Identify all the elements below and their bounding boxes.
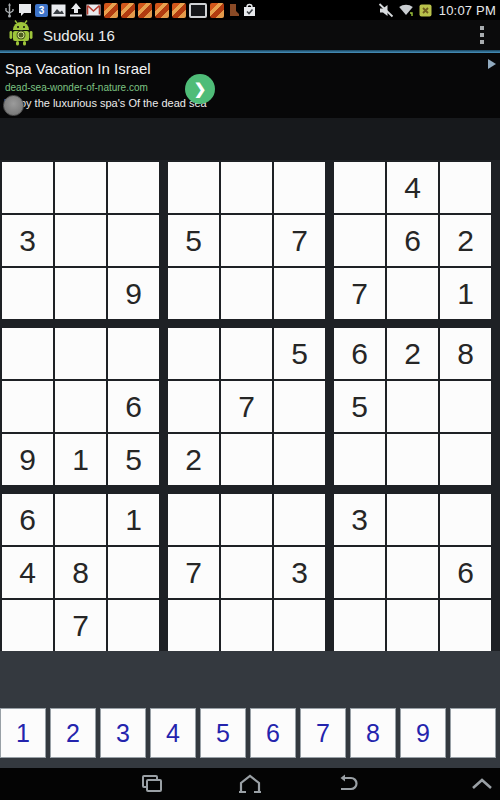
sudoku-cell-r8c3[interactable] bbox=[108, 547, 159, 598]
sudoku-cell-r4c9[interactable]: 8 bbox=[440, 328, 491, 379]
sudoku-cell-r4c8[interactable]: 2 bbox=[387, 328, 438, 379]
sudoku-cell-r8c5[interactable] bbox=[221, 547, 272, 598]
sudoku-cell-r4c6[interactable]: 5 bbox=[274, 328, 325, 379]
sudoku-cell-r4c2[interactable] bbox=[55, 328, 106, 379]
sudoku-cell-r3c6[interactable] bbox=[274, 268, 325, 319]
sudoku-cell-r4c3[interactable] bbox=[108, 328, 159, 379]
back-button[interactable] bbox=[334, 772, 360, 796]
sudoku-cell-r6c4[interactable]: 2 bbox=[168, 434, 219, 485]
game-notification-icon bbox=[104, 3, 118, 18]
sudoku-cell-r8c8[interactable] bbox=[387, 547, 438, 598]
ad-title[interactable]: Spa Vacation In Israel bbox=[5, 60, 151, 77]
sudoku-cell-r7c1[interactable]: 6 bbox=[2, 494, 53, 545]
sudoku-cell-r6c1[interactable]: 9 bbox=[2, 434, 53, 485]
status-time: 10:07 PM bbox=[439, 3, 496, 18]
sudoku-cell-r5c6[interactable] bbox=[274, 381, 325, 432]
boot-icon bbox=[227, 2, 240, 18]
ad-description[interactable]: Enjoy the luxurious spa's Of the dead se… bbox=[4, 97, 207, 109]
upload-icon bbox=[69, 2, 83, 18]
sudoku-cell-r1c2[interactable] bbox=[55, 162, 106, 213]
sudoku-cell-r5c9[interactable] bbox=[440, 381, 491, 432]
sudoku-cell-r3c8[interactable] bbox=[387, 268, 438, 319]
numpad-key-4[interactable]: 4 bbox=[150, 708, 196, 758]
sudoku-cell-r7c8[interactable] bbox=[387, 494, 438, 545]
sudoku-cell-r1c1[interactable] bbox=[2, 162, 53, 213]
gmail-icon bbox=[86, 2, 101, 18]
sudoku-cell-r6c2[interactable]: 1 bbox=[55, 434, 106, 485]
ad-banner[interactable]: Spa Vacation In Israel dead-sea-wonder-o… bbox=[0, 53, 500, 118]
sudoku-cell-r5c2[interactable] bbox=[55, 381, 106, 432]
sudoku-cell-r3c9[interactable]: 1 bbox=[440, 268, 491, 319]
sudoku-cell-r5c7[interactable]: 5 bbox=[334, 381, 385, 432]
battery-alert-icon bbox=[419, 2, 432, 18]
sudoku-cell-r6c7[interactable] bbox=[334, 434, 385, 485]
action-bar: Sudoku 16 bbox=[0, 20, 500, 50]
home-button[interactable] bbox=[237, 772, 263, 796]
ad-logo bbox=[3, 95, 24, 116]
wifi-icon bbox=[398, 2, 415, 18]
shopping-bag-icon bbox=[243, 2, 256, 18]
sudoku-cell-r2c2[interactable] bbox=[55, 215, 106, 266]
sudoku-cell-r7c3[interactable]: 1 bbox=[108, 494, 159, 545]
sudoku-cell-r8c9[interactable]: 6 bbox=[440, 547, 491, 598]
sudoku-cell-r2c4[interactable]: 5 bbox=[168, 215, 219, 266]
game-notification-icon bbox=[138, 3, 152, 18]
system-status-icons: 10:07 PM bbox=[378, 2, 496, 18]
sudoku-cell-r5c4[interactable] bbox=[168, 381, 219, 432]
gallery-icon bbox=[51, 2, 66, 18]
sudoku-cell-r2c3[interactable] bbox=[108, 215, 159, 266]
sudoku-cell-r8c2[interactable]: 8 bbox=[55, 547, 106, 598]
sudoku-cell-r6c6[interactable] bbox=[274, 434, 325, 485]
sudoku-cell-r1c7[interactable] bbox=[334, 162, 385, 213]
sudoku-cell-r6c5[interactable] bbox=[221, 434, 272, 485]
sudoku-cell-r6c8[interactable] bbox=[387, 434, 438, 485]
sudoku-cell-r2c5[interactable] bbox=[221, 215, 272, 266]
app-icon-android-robot bbox=[8, 20, 34, 50]
sudoku-cell-r9c6[interactable] bbox=[274, 600, 325, 651]
numpad-key-empty[interactable] bbox=[450, 708, 496, 758]
app-title: Sudoku 16 bbox=[43, 27, 115, 44]
expand-chevron-icon[interactable] bbox=[468, 772, 496, 796]
numpad-key-5[interactable]: 5 bbox=[200, 708, 246, 758]
sudoku-cell-r8c7[interactable] bbox=[334, 547, 385, 598]
sudoku-cell-r5c3[interactable]: 6 bbox=[108, 381, 159, 432]
sudoku-cell-r7c6[interactable] bbox=[274, 494, 325, 545]
sudoku-cell-r1c4[interactable] bbox=[168, 162, 219, 213]
game-notification-icon bbox=[121, 3, 135, 18]
sudoku-cell-r8c1[interactable]: 4 bbox=[2, 547, 53, 598]
sudoku-cell-r2c9[interactable]: 2 bbox=[440, 215, 491, 266]
sudoku-cell-r5c8[interactable] bbox=[387, 381, 438, 432]
numpad-key-8[interactable]: 8 bbox=[350, 708, 396, 758]
navigation-bar bbox=[0, 768, 500, 800]
sudoku-cell-r9c7[interactable] bbox=[334, 600, 385, 651]
sudoku-cell-r1c3[interactable] bbox=[108, 162, 159, 213]
numpad-key-7[interactable]: 7 bbox=[300, 708, 346, 758]
sudoku-cell-r4c1[interactable] bbox=[2, 328, 53, 379]
sudoku-cell-r3c4[interactable] bbox=[168, 268, 219, 319]
mute-icon bbox=[378, 2, 394, 18]
sudoku-cell-r6c3[interactable]: 5 bbox=[108, 434, 159, 485]
sudoku-cell-r7c2[interactable] bbox=[55, 494, 106, 545]
sudoku-cell-r7c9[interactable] bbox=[440, 494, 491, 545]
sudoku-cell-r2c1[interactable]: 3 bbox=[2, 215, 53, 266]
sudoku-cell-r7c5[interactable] bbox=[221, 494, 272, 545]
sudoku-cell-r3c5[interactable] bbox=[221, 268, 272, 319]
sudoku-cell-r4c7[interactable]: 6 bbox=[334, 328, 385, 379]
numpad-key-1[interactable]: 1 bbox=[0, 708, 46, 758]
numpad-key-6[interactable]: 6 bbox=[250, 708, 296, 758]
numpad-key-2[interactable]: 2 bbox=[50, 708, 96, 758]
sudoku-cell-r3c2[interactable] bbox=[55, 268, 106, 319]
sudoku-cell-r9c4[interactable] bbox=[168, 600, 219, 651]
game-notification-icon bbox=[172, 3, 186, 18]
message-count-badge: 3 bbox=[35, 4, 48, 17]
sudoku-cell-r7c4[interactable] bbox=[168, 494, 219, 545]
adchoices-icon[interactable] bbox=[486, 56, 498, 68]
sudoku-cell-r9c1[interactable] bbox=[2, 600, 53, 651]
screen: 3 bbox=[0, 0, 500, 800]
sudoku-cell-r6c9[interactable] bbox=[440, 434, 491, 485]
sudoku-cell-r8c6[interactable]: 3 bbox=[274, 547, 325, 598]
sudoku-cell-r2c8[interactable]: 6 bbox=[387, 215, 438, 266]
ad-cta-button[interactable]: ❯ bbox=[185, 74, 215, 104]
sudoku-cell-r1c9[interactable] bbox=[440, 162, 491, 213]
number-pad: 123456789 bbox=[0, 708, 496, 758]
sudoku-cell-r2c7[interactable] bbox=[334, 215, 385, 266]
sudoku-cell-r2c6[interactable]: 7 bbox=[274, 215, 325, 266]
sudoku-cell-r8c4[interactable]: 7 bbox=[168, 547, 219, 598]
sudoku-cell-r3c1[interactable] bbox=[2, 268, 53, 319]
sudoku-cell-r5c1[interactable] bbox=[2, 381, 53, 432]
overflow-menu-icon[interactable] bbox=[480, 26, 492, 44]
sudoku-cell-r1c5[interactable] bbox=[221, 162, 272, 213]
sudoku-cell-r7c7[interactable]: 3 bbox=[334, 494, 385, 545]
usb-icon bbox=[4, 2, 15, 18]
sudoku-cell-r9c2[interactable]: 7 bbox=[55, 600, 106, 651]
recent-apps-button[interactable] bbox=[139, 772, 165, 796]
status-bar: 3 bbox=[0, 0, 500, 20]
sudoku-cell-r9c5[interactable] bbox=[221, 600, 272, 651]
chat-icon bbox=[18, 2, 32, 18]
sudoku-cell-r5c5[interactable]: 7 bbox=[221, 381, 272, 432]
ad-url[interactable]: dead-sea-wonder-of-nature.com bbox=[5, 82, 148, 93]
sudoku-cell-r9c8[interactable] bbox=[387, 600, 438, 651]
sudoku-cell-r1c6[interactable] bbox=[274, 162, 325, 213]
sudoku-cell-r3c7[interactable]: 7 bbox=[334, 268, 385, 319]
sudoku-cell-r4c4[interactable] bbox=[168, 328, 219, 379]
sudoku-cell-r9c3[interactable] bbox=[108, 600, 159, 651]
numpad-key-3[interactable]: 3 bbox=[100, 708, 146, 758]
sudoku-cell-r3c3[interactable]: 9 bbox=[108, 268, 159, 319]
sudoku-cell-r9c9[interactable] bbox=[440, 600, 491, 651]
sudoku-grid: 43576297156286759152613487367 bbox=[0, 160, 500, 651]
numpad-key-9[interactable]: 9 bbox=[400, 708, 446, 758]
recent-gray-icon bbox=[189, 3, 207, 18]
bottom-band: 123456789 bbox=[0, 651, 500, 768]
notification-icons: 3 bbox=[4, 2, 256, 18]
game-notification-icon bbox=[210, 3, 224, 18]
sudoku-cell-r1c8[interactable]: 4 bbox=[387, 162, 438, 213]
game-notification-icon bbox=[155, 3, 169, 18]
sudoku-cell-r4c5[interactable] bbox=[221, 328, 272, 379]
